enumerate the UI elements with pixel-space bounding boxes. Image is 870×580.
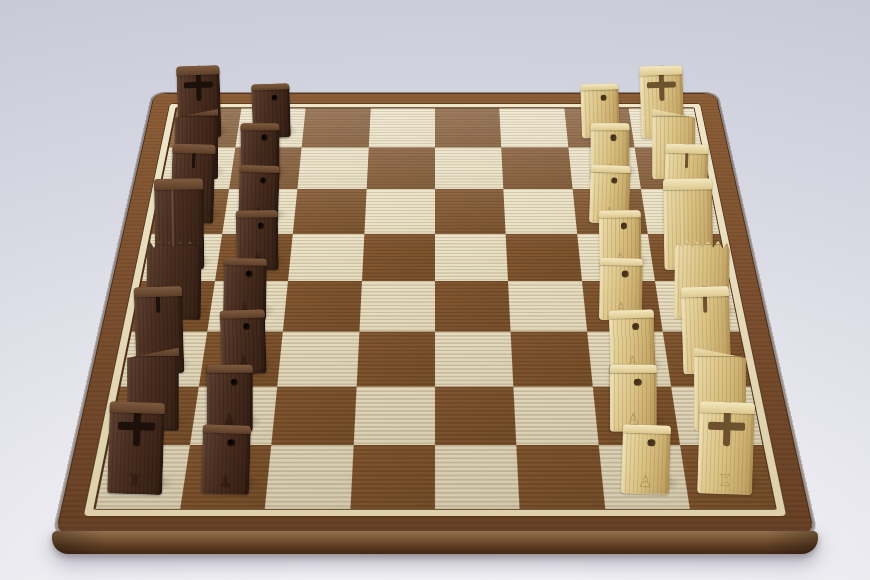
piece-top-face bbox=[622, 424, 670, 434]
piece-top-face bbox=[134, 286, 182, 298]
piece-black-rook: ♜ bbox=[107, 401, 165, 494]
square-b6 bbox=[272, 386, 357, 445]
piece-top-face bbox=[608, 309, 653, 318]
square-d3 bbox=[508, 281, 587, 332]
piece-top-face bbox=[599, 258, 642, 266]
square-a5 bbox=[350, 445, 435, 508]
piece-top-face bbox=[110, 401, 165, 414]
square-e4 bbox=[435, 234, 508, 281]
piece-top-face bbox=[154, 178, 203, 190]
piece-top-face bbox=[590, 124, 629, 131]
piece-top-face bbox=[580, 84, 618, 92]
square-c6 bbox=[278, 332, 360, 387]
square-g6 bbox=[298, 147, 369, 189]
piece-white-pawn: ♙ bbox=[620, 424, 670, 494]
piece-top-face bbox=[251, 84, 289, 92]
square-b4 bbox=[435, 386, 517, 445]
piece-top-face bbox=[239, 165, 280, 173]
square-f3 bbox=[504, 189, 577, 233]
piece-top-face bbox=[206, 365, 252, 373]
square-e5 bbox=[362, 234, 435, 281]
piece-top-face bbox=[177, 66, 220, 76]
square-f6 bbox=[293, 189, 366, 233]
piece-top-face bbox=[680, 286, 728, 298]
piece-black-pawn: ♟ bbox=[206, 365, 252, 431]
piece-top-face bbox=[224, 258, 267, 266]
square-h6 bbox=[302, 108, 371, 147]
square-a3 bbox=[517, 445, 605, 508]
piece-white-pawn: ♙ bbox=[610, 365, 656, 431]
square-c5 bbox=[356, 332, 435, 387]
square-c4 bbox=[435, 332, 514, 387]
square-d4 bbox=[435, 281, 511, 332]
piece-top-face bbox=[203, 424, 251, 434]
square-d5 bbox=[359, 281, 435, 332]
piece-black-pawn: ♟ bbox=[201, 424, 251, 494]
chess-piece-glyph: ♙ bbox=[620, 470, 669, 492]
square-f4 bbox=[435, 189, 506, 233]
square-f5 bbox=[364, 189, 435, 233]
board-front-edge bbox=[52, 531, 818, 554]
square-b3 bbox=[514, 386, 599, 445]
square-g5 bbox=[366, 147, 435, 189]
square-d6 bbox=[283, 281, 362, 332]
piece-top-face bbox=[610, 365, 656, 373]
piece-top-face bbox=[663, 178, 712, 190]
piece-top-face bbox=[599, 210, 641, 218]
square-g3 bbox=[502, 147, 573, 189]
chess-piece-glyph: ♜ bbox=[107, 469, 163, 491]
square-e3 bbox=[506, 234, 582, 281]
square-g4 bbox=[435, 147, 504, 189]
square-a4 bbox=[435, 445, 520, 508]
square-h5 bbox=[368, 108, 435, 147]
square-h4 bbox=[435, 108, 502, 147]
square-a6 bbox=[265, 445, 353, 508]
piece-top-face bbox=[699, 401, 754, 414]
square-e6 bbox=[288, 234, 364, 281]
square-b5 bbox=[353, 386, 435, 445]
piece-top-face bbox=[172, 144, 215, 155]
piece-white-rook: ♖ bbox=[697, 401, 755, 494]
piece-top-face bbox=[590, 165, 631, 173]
piece-top-face bbox=[236, 210, 278, 218]
chess-piece-glyph: ♟ bbox=[201, 470, 250, 492]
piece-top-face bbox=[639, 66, 682, 76]
photo-scene: ♜♞♝♛♚♝♞♜♟♟♟♟♟♟♟♟♙♙♙♙♙♙♙♙♖♘♗♕♔♗♘♖ bbox=[0, 0, 870, 580]
piece-top-face bbox=[219, 309, 264, 318]
square-c3 bbox=[511, 332, 593, 387]
piece-top-face bbox=[665, 144, 708, 155]
piece-top-face bbox=[241, 124, 280, 131]
chess-piece-glyph: ♖ bbox=[697, 469, 753, 491]
square-h3 bbox=[500, 108, 569, 147]
